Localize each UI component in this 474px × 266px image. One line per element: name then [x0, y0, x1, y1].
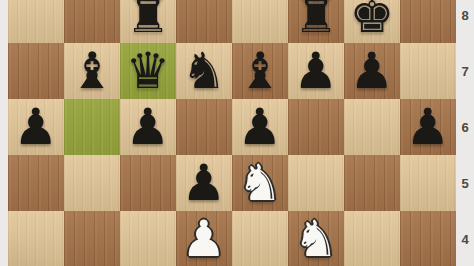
black-pawn[interactable]: ♟	[294, 43, 339, 99]
square-d7[interactable]: ♞	[176, 43, 232, 99]
square-b4[interactable]	[64, 211, 120, 266]
rank-label-8: 8	[456, 0, 474, 43]
square-e8[interactable]	[232, 0, 288, 43]
square-a8[interactable]	[8, 0, 64, 43]
black-knight[interactable]: ♞	[182, 43, 227, 99]
rank-label-6: 6	[456, 99, 474, 155]
square-d8[interactable]	[176, 0, 232, 43]
square-e6[interactable]: ♟	[232, 99, 288, 155]
square-f6[interactable]	[288, 99, 344, 155]
square-c6[interactable]: ♟	[120, 99, 176, 155]
square-f5[interactable]	[288, 155, 344, 211]
rank-label-5: 5	[456, 155, 474, 211]
square-d5[interactable]: ♟	[176, 155, 232, 211]
rank-labels-strip: 87654	[456, 0, 474, 266]
square-g8[interactable]: ♚	[344, 0, 400, 43]
rank-label-4: 4	[456, 211, 474, 266]
square-h5[interactable]	[400, 155, 456, 211]
square-d4[interactable]: ♟	[176, 211, 232, 266]
square-h8[interactable]	[400, 0, 456, 43]
page: ♜♜♚♝♛♞♝♟♟♟♟♟♟♟♞♟♞ 87654	[0, 0, 474, 266]
square-c8[interactable]: ♜	[120, 0, 176, 43]
square-e5[interactable]: ♞	[232, 155, 288, 211]
square-a5[interactable]	[8, 155, 64, 211]
square-g4[interactable]	[344, 211, 400, 266]
square-c5[interactable]	[120, 155, 176, 211]
square-h4[interactable]	[400, 211, 456, 266]
square-f4[interactable]: ♞	[288, 211, 344, 266]
black-pawn[interactable]: ♟	[182, 155, 227, 211]
black-bishop[interactable]: ♝	[70, 43, 115, 99]
square-f7[interactable]: ♟	[288, 43, 344, 99]
square-b8[interactable]	[64, 0, 120, 43]
square-h7[interactable]	[400, 43, 456, 99]
square-a7[interactable]	[8, 43, 64, 99]
square-a6[interactable]: ♟	[8, 99, 64, 155]
white-pawn[interactable]: ♟	[182, 211, 227, 266]
white-knight[interactable]: ♞	[294, 211, 339, 266]
black-king[interactable]: ♚	[350, 0, 395, 43]
black-rook[interactable]: ♜	[126, 0, 171, 43]
white-knight[interactable]: ♞	[238, 155, 283, 211]
square-c4[interactable]	[120, 211, 176, 266]
square-b6[interactable]	[64, 99, 120, 155]
square-c7[interactable]: ♛	[120, 43, 176, 99]
square-a4[interactable]	[8, 211, 64, 266]
square-b7[interactable]: ♝	[64, 43, 120, 99]
black-pawn[interactable]: ♟	[14, 99, 59, 155]
board-left-frame	[0, 0, 8, 266]
square-h6[interactable]: ♟	[400, 99, 456, 155]
rank-label-7: 7	[456, 43, 474, 99]
black-pawn[interactable]: ♟	[238, 99, 283, 155]
square-g5[interactable]	[344, 155, 400, 211]
square-e4[interactable]	[232, 211, 288, 266]
square-b5[interactable]	[64, 155, 120, 211]
board-viewport: ♜♜♚♝♛♞♝♟♟♟♟♟♟♟♞♟♞	[8, 0, 456, 266]
black-rook[interactable]: ♜	[294, 0, 339, 43]
black-queen[interactable]: ♛	[126, 43, 171, 99]
chessboard: ♜♜♚♝♛♞♝♟♟♟♟♟♟♟♞♟♞	[8, 0, 456, 266]
black-bishop[interactable]: ♝	[238, 43, 283, 99]
black-pawn[interactable]: ♟	[406, 99, 451, 155]
square-g7[interactable]: ♟	[344, 43, 400, 99]
square-g6[interactable]	[344, 99, 400, 155]
square-d6[interactable]	[176, 99, 232, 155]
square-e7[interactable]: ♝	[232, 43, 288, 99]
black-pawn[interactable]: ♟	[126, 99, 171, 155]
square-f8[interactable]: ♜	[288, 0, 344, 43]
black-pawn[interactable]: ♟	[350, 43, 395, 99]
